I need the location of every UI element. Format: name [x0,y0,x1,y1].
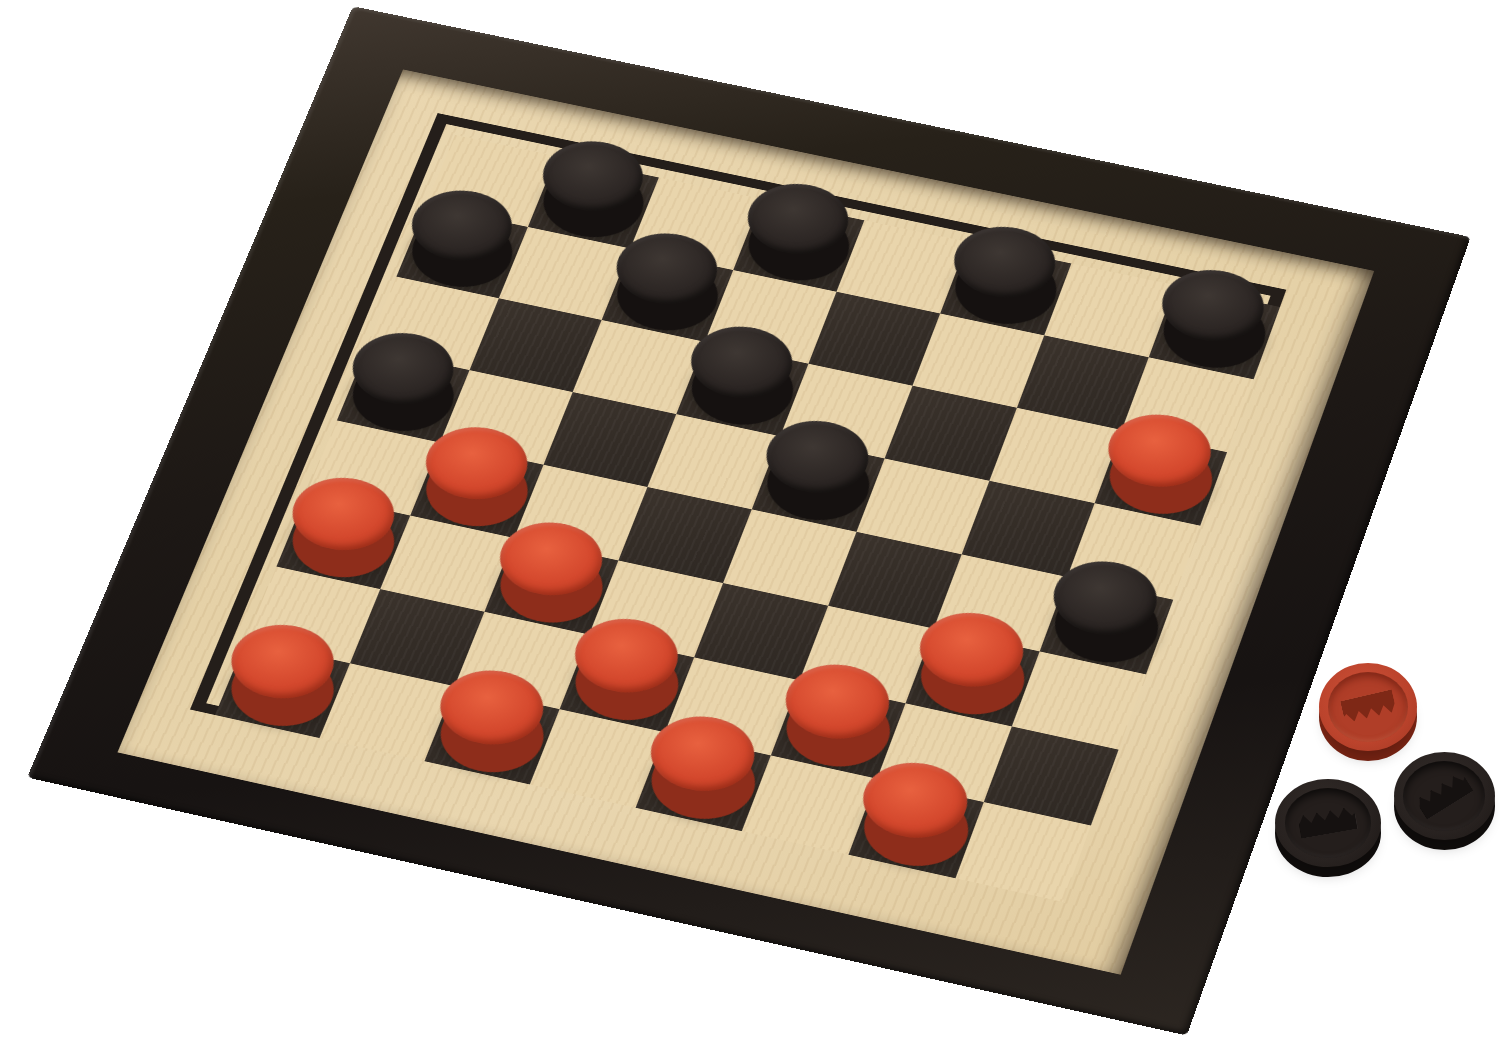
black-king-piece[interactable] [1275,779,1381,867]
board-3d-wrapper [215,135,1280,902]
red-king-piece[interactable] [1319,663,1417,751]
scene [0,0,1500,1047]
black-king-piece[interactable] [1394,752,1495,840]
